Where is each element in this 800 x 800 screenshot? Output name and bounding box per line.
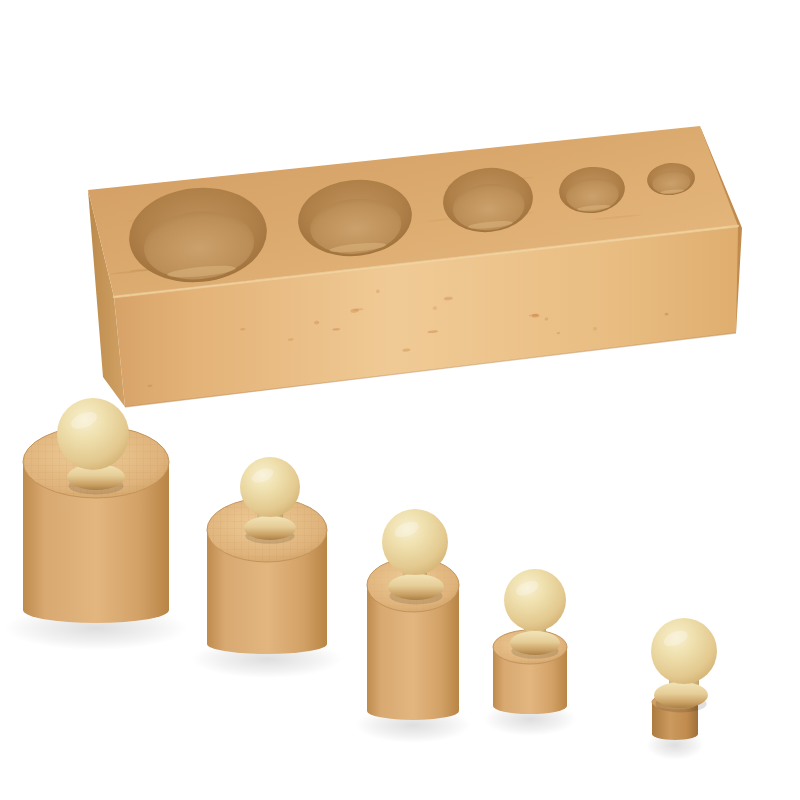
- cylinder-3[interactable]: [356, 509, 471, 743]
- cylinder-1-largest-knob-sphere: [57, 398, 129, 470]
- cylinder-block: [88, 126, 742, 407]
- cylinder-1-largest[interactable]: [5, 398, 188, 650]
- cylinder-2[interactable]: [192, 457, 342, 678]
- cylinder-3-knob-sphere: [382, 509, 448, 575]
- cylinders-row: [5, 398, 717, 760]
- cylinder-5-smallest-knob-sphere: [651, 618, 717, 684]
- cylinder-4[interactable]: [484, 569, 577, 736]
- cylinder-4-knob-sphere: [504, 569, 566, 631]
- product-photo: [0, 0, 800, 800]
- cylinder-5-smallest[interactable]: [646, 618, 717, 760]
- cylinder-5-smallest-knob-collar: [654, 682, 708, 708]
- cylinder-4-knob-collar: [510, 631, 560, 655]
- cylinder-2-knob-collar: [244, 516, 296, 540]
- cylinder-3-knob-collar: [388, 574, 444, 600]
- cylinder-2-knob-sphere: [240, 457, 300, 517]
- scene-svg: [0, 0, 800, 800]
